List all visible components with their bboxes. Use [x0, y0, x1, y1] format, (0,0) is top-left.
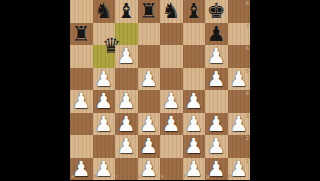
letterbox-right — [250, 0, 320, 180]
white-pawn-piece: ♟ — [115, 135, 138, 158]
white-pawn-piece: ♟ — [93, 113, 116, 136]
coord-file-h: h — [229, 174, 232, 179]
white-pawn-piece: ♟ — [160, 90, 183, 113]
square-g3[interactable]: ♟ — [205, 113, 228, 136]
black-bishop-piece: ♝ — [183, 0, 206, 23]
white-pawn-piece: ♟ — [205, 113, 228, 136]
white-pawn-piece: ♟ — [138, 135, 161, 158]
white-pawn-piece: ♟ — [183, 158, 206, 181]
square-h3[interactable]: ♟3 — [228, 113, 251, 136]
square-c1[interactable]: c — [115, 158, 138, 181]
white-pawn-piece: ♟ — [228, 113, 251, 136]
square-d8[interactable]: ♜ — [138, 0, 161, 23]
white-pawn-piece: ♟ — [183, 90, 206, 113]
square-d4[interactable] — [138, 90, 161, 113]
square-c8[interactable]: ♝ — [115, 0, 138, 23]
square-d5[interactable]: ♟ — [138, 68, 161, 91]
square-e1[interactable]: e — [160, 158, 183, 181]
square-h6[interactable]: 6 — [228, 45, 251, 68]
white-pawn-piece: ♟ — [93, 68, 116, 91]
black-king-piece: ♚ — [205, 0, 228, 23]
square-c7[interactable] — [115, 23, 138, 46]
square-f5[interactable] — [183, 68, 206, 91]
black-bishop-piece: ♝ — [115, 0, 138, 23]
square-e5[interactable] — [160, 68, 183, 91]
white-pawn-piece: ♟ — [205, 158, 228, 181]
square-h7[interactable]: 7 — [228, 23, 251, 46]
square-c5[interactable] — [115, 68, 138, 91]
coord-rank-4: 4 — [246, 91, 249, 96]
square-g5[interactable]: ♟ — [205, 68, 228, 91]
square-g4[interactable] — [205, 90, 228, 113]
square-c3[interactable]: ♟ — [115, 113, 138, 136]
coord-file-d: d — [139, 174, 142, 179]
square-b7[interactable] — [93, 23, 116, 46]
black-knight-piece: ♞ — [160, 0, 183, 23]
square-d7[interactable] — [138, 23, 161, 46]
square-h1[interactable]: ♟h1 — [228, 158, 251, 181]
square-b5[interactable]: ♟ — [93, 68, 116, 91]
coord-rank-3: 3 — [246, 114, 249, 119]
white-pawn-piece: ♟ — [93, 158, 116, 181]
square-b1[interactable]: ♟b — [93, 158, 116, 181]
square-a7[interactable]: ♜ — [70, 23, 93, 46]
square-f2[interactable]: ♟ — [183, 135, 206, 158]
square-h8[interactable]: 8 — [228, 0, 251, 23]
square-a3[interactable] — [70, 113, 93, 136]
square-g8[interactable]: ♚ — [205, 0, 228, 23]
square-f8[interactable]: ♝ — [183, 0, 206, 23]
square-h2[interactable]: 2 — [228, 135, 251, 158]
square-g6[interactable]: ♟ — [205, 45, 228, 68]
square-c6[interactable]: ♟ — [115, 45, 138, 68]
square-h5[interactable]: ♟5 — [228, 68, 251, 91]
square-a4[interactable]: ♟ — [70, 90, 93, 113]
white-pawn-piece: ♟ — [138, 113, 161, 136]
square-e4[interactable]: ♟ — [160, 90, 183, 113]
white-pawn-piece: ♟ — [183, 113, 206, 136]
square-g7[interactable]: ♟ — [205, 23, 228, 46]
coord-file-c: c — [116, 174, 119, 179]
video-frame: ♞♝♜♞♝♚8♜♟7♛♟♟6♟♟♟♟5♟♟♟♟♟4♟♟♟♟♟♟♟3♟♟♟♟2♟a… — [0, 0, 320, 180]
white-pawn-piece: ♟ — [138, 68, 161, 91]
coord-file-a: a — [71, 174, 74, 179]
black-knight-piece: ♞ — [93, 0, 116, 23]
square-e2[interactable] — [160, 135, 183, 158]
coord-file-g: g — [206, 174, 209, 179]
white-pawn-piece: ♟ — [70, 158, 93, 181]
coord-file-b: b — [94, 174, 97, 179]
square-c4[interactable]: ♟ — [115, 90, 138, 113]
white-pawn-piece: ♟ — [115, 90, 138, 113]
square-g2[interactable]: ♟ — [205, 135, 228, 158]
coord-rank-7: 7 — [246, 24, 249, 29]
square-e7[interactable] — [160, 23, 183, 46]
square-b2[interactable] — [93, 135, 116, 158]
square-f4[interactable]: ♟ — [183, 90, 206, 113]
square-a8[interactable] — [70, 0, 93, 23]
square-d2[interactable]: ♟ — [138, 135, 161, 158]
square-b8[interactable]: ♞ — [93, 0, 116, 23]
white-pawn-piece: ♟ — [183, 135, 206, 158]
black-pawn-piece: ♟ — [205, 23, 228, 46]
square-g1[interactable]: ♟g — [205, 158, 228, 181]
square-c2[interactable]: ♟ — [115, 135, 138, 158]
white-pawn-piece: ♟ — [138, 158, 161, 181]
white-pawn-piece: ♟ — [228, 68, 251, 91]
square-a6[interactable] — [70, 45, 93, 68]
white-pawn-piece: ♟ — [205, 45, 228, 68]
chess-board: ♞♝♜♞♝♚8♜♟7♛♟♟6♟♟♟♟5♟♟♟♟♟4♟♟♟♟♟♟♟3♟♟♟♟2♟a… — [70, 0, 250, 180]
square-e8[interactable]: ♞ — [160, 0, 183, 23]
square-f6[interactable] — [183, 45, 206, 68]
square-e6[interactable] — [160, 45, 183, 68]
white-pawn-piece: ♟ — [115, 113, 138, 136]
square-f3[interactable]: ♟ — [183, 113, 206, 136]
square-b3[interactable]: ♟ — [93, 113, 116, 136]
white-pawn-piece: ♟ — [228, 158, 251, 181]
coord-rank-1: 1 — [246, 159, 249, 164]
black-rook-piece: ♜ — [138, 0, 161, 23]
white-pawn-piece: ♟ — [205, 135, 228, 158]
letterbox-left — [0, 0, 70, 180]
square-f1[interactable]: ♟f — [183, 158, 206, 181]
square-f7[interactable] — [183, 23, 206, 46]
coord-rank-8: 8 — [246, 1, 249, 6]
square-e3[interactable]: ♟ — [160, 113, 183, 136]
white-pawn-piece: ♟ — [93, 90, 116, 113]
coord-file-f: f — [184, 174, 186, 179]
square-d1[interactable]: ♟d — [138, 158, 161, 181]
white-pawn-piece: ♟ — [70, 90, 93, 113]
square-a2[interactable] — [70, 135, 93, 158]
square-h4[interactable]: 4 — [228, 90, 251, 113]
square-b4[interactable]: ♟ — [93, 90, 116, 113]
coord-file-e: e — [161, 174, 164, 179]
square-a5[interactable] — [70, 68, 93, 91]
square-d6[interactable] — [138, 45, 161, 68]
coord-rank-6: 6 — [246, 46, 249, 51]
coord-rank-2: 2 — [246, 136, 249, 141]
square-d3[interactable]: ♟ — [138, 113, 161, 136]
black-rook-piece: ♜ — [70, 23, 93, 46]
square-a1[interactable]: ♟a — [70, 158, 93, 181]
coord-rank-5: 5 — [246, 69, 249, 74]
white-pawn-piece: ♟ — [205, 68, 228, 91]
white-pawn-piece: ♟ — [160, 113, 183, 136]
white-pawn-piece: ♟ — [115, 45, 138, 68]
square-b6[interactable]: ♛ — [93, 45, 116, 68]
